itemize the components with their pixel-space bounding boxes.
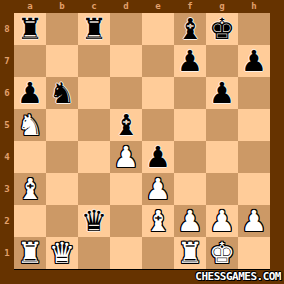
square-h4[interactable] — [238, 141, 270, 173]
square-b8[interactable] — [46, 13, 78, 45]
square-d7[interactable] — [110, 45, 142, 77]
square-b3[interactable] — [46, 173, 78, 205]
square-d8[interactable] — [110, 13, 142, 45]
white-pawn-icon: ♟ — [174, 205, 206, 237]
square-e8[interactable] — [142, 13, 174, 45]
square-f1[interactable]: ♜ — [174, 237, 206, 269]
square-f8[interactable]: ♝ — [174, 13, 206, 45]
square-d2[interactable] — [110, 205, 142, 237]
white-bishop-icon: ♝ — [14, 173, 46, 205]
square-c8[interactable]: ♜ — [78, 13, 110, 45]
square-b4[interactable] — [46, 141, 78, 173]
black-king-icon: ♚ — [206, 13, 238, 45]
square-f5[interactable] — [174, 109, 206, 141]
black-pawn-icon: ♟ — [14, 77, 46, 109]
square-b5[interactable] — [46, 109, 78, 141]
rank-labels: 8 7 6 5 4 3 2 1 — [0, 13, 14, 269]
square-f7[interactable]: ♟ — [174, 45, 206, 77]
rank-label-2: 2 — [0, 205, 14, 237]
square-c4[interactable] — [78, 141, 110, 173]
square-h3[interactable] — [238, 173, 270, 205]
square-g1[interactable]: ♚ — [206, 237, 238, 269]
square-a8[interactable]: ♜ — [14, 13, 46, 45]
white-king-icon: ♚ — [206, 237, 238, 269]
square-b6[interactable]: ♞ — [46, 77, 78, 109]
file-label-b: b — [46, 0, 78, 13]
rank-label-8: 8 — [0, 13, 14, 45]
square-d5[interactable]: ♝ — [110, 109, 142, 141]
square-e6[interactable] — [142, 77, 174, 109]
square-e1[interactable] — [142, 237, 174, 269]
square-c6[interactable] — [78, 77, 110, 109]
site-watermark: CHESSGAMES.COM — [195, 270, 281, 283]
square-h7[interactable]: ♟ — [238, 45, 270, 77]
black-queen-icon: ♛ — [78, 205, 110, 237]
white-rook-icon: ♜ — [174, 237, 206, 269]
square-h6[interactable] — [238, 77, 270, 109]
square-f3[interactable] — [174, 173, 206, 205]
square-d4[interactable]: ♟ — [110, 141, 142, 173]
black-knight-icon: ♞ — [46, 77, 78, 109]
square-e7[interactable] — [142, 45, 174, 77]
black-rook-icon: ♜ — [14, 13, 46, 45]
square-e2[interactable]: ♝ — [142, 205, 174, 237]
square-g8[interactable]: ♚ — [206, 13, 238, 45]
square-a1[interactable]: ♜ — [14, 237, 46, 269]
rank-label-7: 7 — [0, 45, 14, 77]
white-pawn-icon: ♟ — [238, 205, 270, 237]
square-b7[interactable] — [46, 45, 78, 77]
black-pawn-icon: ♟ — [142, 141, 174, 173]
square-g4[interactable] — [206, 141, 238, 173]
white-pawn-icon: ♟ — [110, 141, 142, 173]
square-a3[interactable]: ♝ — [14, 173, 46, 205]
square-c1[interactable] — [78, 237, 110, 269]
square-e4[interactable]: ♟ — [142, 141, 174, 173]
file-label-e: e — [142, 0, 174, 13]
white-queen-icon: ♛ — [46, 237, 78, 269]
file-label-d: d — [110, 0, 142, 13]
rank-label-4: 4 — [0, 141, 14, 173]
black-pawn-icon: ♟ — [206, 77, 238, 109]
square-g6[interactable]: ♟ — [206, 77, 238, 109]
rank-label-5: 5 — [0, 109, 14, 141]
square-d1[interactable] — [110, 237, 142, 269]
white-pawn-icon: ♟ — [142, 173, 174, 205]
square-h1[interactable] — [238, 237, 270, 269]
square-h5[interactable] — [238, 109, 270, 141]
chess-board-diagram: a b c d e f g h 8 7 6 5 4 3 2 1 ♜♜♝♚♟♟♟♞… — [0, 0, 284, 284]
board: ♜♜♝♚♟♟♟♞♟♞♝♟♟♝♟♛♝♟♟♟♜♛♜♚ — [14, 13, 270, 270]
white-bishop-icon: ♝ — [142, 205, 174, 237]
square-b1[interactable]: ♛ — [46, 237, 78, 269]
square-a5[interactable]: ♞ — [14, 109, 46, 141]
square-h8[interactable] — [238, 13, 270, 45]
white-rook-icon: ♜ — [14, 237, 46, 269]
square-c2[interactable]: ♛ — [78, 205, 110, 237]
square-a6[interactable]: ♟ — [14, 77, 46, 109]
rank-label-3: 3 — [0, 173, 14, 205]
square-d6[interactable] — [110, 77, 142, 109]
square-d3[interactable] — [110, 173, 142, 205]
square-e5[interactable] — [142, 109, 174, 141]
square-f4[interactable] — [174, 141, 206, 173]
square-g2[interactable]: ♟ — [206, 205, 238, 237]
black-pawn-icon: ♟ — [174, 45, 206, 77]
white-knight-icon: ♞ — [14, 109, 46, 141]
square-a2[interactable] — [14, 205, 46, 237]
square-b2[interactable] — [46, 205, 78, 237]
square-g5[interactable] — [206, 109, 238, 141]
square-a7[interactable] — [14, 45, 46, 77]
file-label-h: h — [238, 0, 270, 13]
square-c7[interactable] — [78, 45, 110, 77]
square-g3[interactable] — [206, 173, 238, 205]
square-h2[interactable]: ♟ — [238, 205, 270, 237]
rank-label-6: 6 — [0, 77, 14, 109]
square-c5[interactable] — [78, 109, 110, 141]
black-bishop-icon: ♝ — [174, 13, 206, 45]
black-pawn-icon: ♟ — [238, 45, 270, 77]
square-a4[interactable] — [14, 141, 46, 173]
white-pawn-icon: ♟ — [206, 205, 238, 237]
square-g7[interactable] — [206, 45, 238, 77]
black-rook-icon: ♜ — [78, 13, 110, 45]
rank-label-1: 1 — [0, 237, 14, 269]
black-bishop-icon: ♝ — [110, 109, 142, 141]
square-e3[interactable]: ♟ — [142, 173, 174, 205]
square-f2[interactable]: ♟ — [174, 205, 206, 237]
square-c3[interactable] — [78, 173, 110, 205]
square-f6[interactable] — [174, 77, 206, 109]
